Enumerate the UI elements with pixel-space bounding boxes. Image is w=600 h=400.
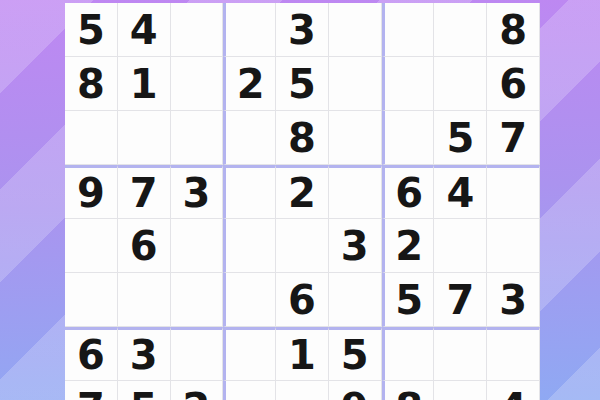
sudoku-cell-r7c4[interactable] — [223, 327, 276, 381]
sudoku-cell-r3c4[interactable] — [223, 111, 276, 165]
sudoku-board: 54388125685797326463265736315752984 — [65, 3, 540, 400]
sudoku-cell-r2c6[interactable] — [329, 57, 382, 111]
sudoku-cell-r3c3[interactable] — [171, 111, 224, 165]
sudoku-cell-r5c4[interactable] — [223, 219, 276, 273]
sudoku-cell-r5c9[interactable] — [487, 219, 540, 273]
sudoku-cell-r1c4[interactable] — [223, 3, 276, 57]
sudoku-cell-r5c8[interactable] — [434, 219, 487, 273]
sudoku-cell-r2c2[interactable]: 1 — [118, 57, 171, 111]
sudoku-cell-r4c3[interactable]: 3 — [171, 165, 224, 219]
sudoku-cell-r7c5[interactable]: 1 — [276, 327, 329, 381]
sudoku-cell-r2c8[interactable] — [434, 57, 487, 111]
sudoku-cell-r7c2[interactable]: 3 — [118, 327, 171, 381]
sudoku-cell-r1c6[interactable] — [329, 3, 382, 57]
sudoku-cell-r6c5[interactable]: 6 — [276, 273, 329, 327]
sudoku-cell-r6c4[interactable] — [223, 273, 276, 327]
sudoku-cell-r8c1[interactable]: 7 — [65, 381, 118, 400]
sudoku-cell-r2c7[interactable] — [382, 57, 435, 111]
sudoku-cell-r1c3[interactable] — [171, 3, 224, 57]
sudoku-cell-r5c5[interactable] — [276, 219, 329, 273]
sudoku-cell-r1c2[interactable]: 4 — [118, 3, 171, 57]
sudoku-cell-r4c2[interactable]: 7 — [118, 165, 171, 219]
sudoku-cell-r1c9[interactable]: 8 — [487, 3, 540, 57]
sudoku-cell-r3c2[interactable] — [118, 111, 171, 165]
sudoku-cell-r4c4[interactable] — [223, 165, 276, 219]
sudoku-cell-r7c3[interactable] — [171, 327, 224, 381]
sudoku-cell-r2c4[interactable]: 2 — [223, 57, 276, 111]
sudoku-cell-r1c1[interactable]: 5 — [65, 3, 118, 57]
sudoku-cell-r2c5[interactable]: 5 — [276, 57, 329, 111]
sudoku-cell-r4c1[interactable]: 9 — [65, 165, 118, 219]
sudoku-cell-r8c9[interactable]: 4 — [487, 381, 540, 400]
sudoku-cell-r7c1[interactable]: 6 — [65, 327, 118, 381]
sudoku-cell-r2c3[interactable] — [171, 57, 224, 111]
sudoku-cell-r6c7[interactable]: 5 — [382, 273, 435, 327]
sudoku-cell-r1c5[interactable]: 3 — [276, 3, 329, 57]
sudoku-cell-r1c8[interactable] — [434, 3, 487, 57]
sudoku-cell-r4c9[interactable] — [487, 165, 540, 219]
sudoku-cell-r5c3[interactable] — [171, 219, 224, 273]
sudoku-cell-r3c1[interactable] — [65, 111, 118, 165]
sudoku-cell-r3c8[interactable]: 5 — [434, 111, 487, 165]
sudoku-cell-r5c2[interactable]: 6 — [118, 219, 171, 273]
sudoku-cell-r5c7[interactable]: 2 — [382, 219, 435, 273]
sudoku-cell-r6c2[interactable] — [118, 273, 171, 327]
sudoku-cell-r4c7[interactable]: 6 — [382, 165, 435, 219]
sudoku-cell-r3c7[interactable] — [382, 111, 435, 165]
sudoku-cell-r7c8[interactable] — [434, 327, 487, 381]
sudoku-cell-r6c1[interactable] — [65, 273, 118, 327]
sudoku-cell-r7c9[interactable] — [487, 327, 540, 381]
sudoku-cell-r8c5[interactable] — [276, 381, 329, 400]
sudoku-cell-r6c6[interactable] — [329, 273, 382, 327]
sudoku-cell-r4c6[interactable] — [329, 165, 382, 219]
sudoku-cell-r8c6[interactable]: 9 — [329, 381, 382, 400]
sudoku-cell-r8c2[interactable]: 5 — [118, 381, 171, 400]
sudoku-cell-r6c9[interactable]: 3 — [487, 273, 540, 327]
sudoku-cell-r7c6[interactable]: 5 — [329, 327, 382, 381]
sudoku-cell-r6c3[interactable] — [171, 273, 224, 327]
sudoku-cell-r8c4[interactable] — [223, 381, 276, 400]
sudoku-cell-r2c9[interactable]: 6 — [487, 57, 540, 111]
sudoku-cell-r1c7[interactable] — [382, 3, 435, 57]
sudoku-cell-r3c5[interactable]: 8 — [276, 111, 329, 165]
sudoku-cell-r3c9[interactable]: 7 — [487, 111, 540, 165]
sudoku-cell-r5c1[interactable] — [65, 219, 118, 273]
sudoku-cell-r6c8[interactable]: 7 — [434, 273, 487, 327]
sudoku-cell-r8c7[interactable]: 8 — [382, 381, 435, 400]
sudoku-cell-r4c8[interactable]: 4 — [434, 165, 487, 219]
sudoku-cell-r4c5[interactable]: 2 — [276, 165, 329, 219]
sudoku-cell-r3c6[interactable] — [329, 111, 382, 165]
app-background: 54388125685797326463265736315752984 — [0, 0, 600, 400]
sudoku-cell-r2c1[interactable]: 8 — [65, 57, 118, 111]
sudoku-cell-r8c3[interactable]: 2 — [171, 381, 224, 400]
sudoku-cell-r7c7[interactable] — [382, 327, 435, 381]
sudoku-cell-r5c6[interactable]: 3 — [329, 219, 382, 273]
sudoku-cell-r8c8[interactable] — [434, 381, 487, 400]
